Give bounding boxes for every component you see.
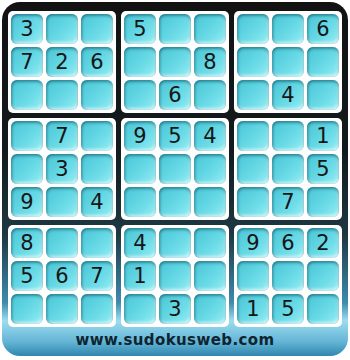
cell-r8c5[interactable]: [159, 261, 191, 291]
cell-r7c1[interactable]: 8: [11, 228, 43, 258]
cell-r2c8[interactable]: [272, 47, 304, 77]
cell-r4c3[interactable]: [81, 121, 113, 151]
cell-r5c9[interactable]: 5: [307, 154, 339, 184]
cell-r6c6[interactable]: [194, 187, 226, 217]
cell-r1c7[interactable]: [237, 14, 269, 44]
cell-r4c1[interactable]: [11, 121, 43, 151]
cell-r7c2[interactable]: [46, 228, 78, 258]
cell-r7c8[interactable]: 6: [272, 228, 304, 258]
cell-r5c4[interactable]: [124, 154, 156, 184]
cell-r1c6[interactable]: [194, 14, 226, 44]
cell-r3c8[interactable]: 4: [272, 80, 304, 110]
cell-r6c3[interactable]: 4: [81, 187, 113, 217]
cell-r9c1[interactable]: [11, 294, 43, 324]
cell-r4c4[interactable]: 9: [124, 121, 156, 151]
cell-r2c9[interactable]: [307, 47, 339, 77]
cell-r9c8[interactable]: 5: [272, 294, 304, 324]
cell-r8c3[interactable]: 7: [81, 261, 113, 291]
cell-r4c5[interactable]: 5: [159, 121, 191, 151]
cell-r5c1[interactable]: [11, 154, 43, 184]
cell-r4c7[interactable]: [237, 121, 269, 151]
cell-r7c5[interactable]: [159, 228, 191, 258]
cell-r7c3[interactable]: [81, 228, 113, 258]
cell-r8c2[interactable]: 6: [46, 261, 78, 291]
cell-r9c7[interactable]: 1: [237, 294, 269, 324]
block-4: 7394: [8, 118, 116, 220]
cell-r2c2[interactable]: 2: [46, 47, 78, 77]
cell-r5c7[interactable]: [237, 154, 269, 184]
cell-r2c3[interactable]: 6: [81, 47, 113, 77]
cell-r7c9[interactable]: 2: [307, 228, 339, 258]
cell-r6c5[interactable]: [159, 187, 191, 217]
cell-r7c6[interactable]: [194, 228, 226, 258]
cell-r9c6[interactable]: [194, 294, 226, 324]
cell-r6c2[interactable]: [46, 187, 78, 217]
cell-r5c5[interactable]: [159, 154, 191, 184]
cell-r4c8[interactable]: [272, 121, 304, 151]
sudoku-frame: 3726 586 64 7394 954 157 8567 413 96215 …: [2, 2, 348, 356]
cell-r3c3[interactable]: [81, 80, 113, 110]
cell-r2c1[interactable]: 7: [11, 47, 43, 77]
block-7: 8567: [8, 225, 116, 327]
cell-r5c2[interactable]: 3: [46, 154, 78, 184]
cell-r8c8[interactable]: [272, 261, 304, 291]
cell-r3c1[interactable]: [11, 80, 43, 110]
block-2: 586: [121, 11, 229, 113]
cell-r7c4[interactable]: 4: [124, 228, 156, 258]
sudoku-board: 3726 586 64 7394 954 157 8567 413 96215: [8, 11, 342, 327]
cell-r3c6[interactable]: [194, 80, 226, 110]
cell-r3c9[interactable]: [307, 80, 339, 110]
cell-r8c9[interactable]: [307, 261, 339, 291]
footer-url[interactable]: www.sudokusweb.com: [2, 331, 348, 349]
cell-r6c1[interactable]: 9: [11, 187, 43, 217]
cell-r4c9[interactable]: 1: [307, 121, 339, 151]
cell-r2c6[interactable]: 8: [194, 47, 226, 77]
cell-r9c9[interactable]: [307, 294, 339, 324]
cell-r2c7[interactable]: [237, 47, 269, 77]
cell-r3c7[interactable]: [237, 80, 269, 110]
cell-r1c5[interactable]: [159, 14, 191, 44]
cell-r9c5[interactable]: 3: [159, 294, 191, 324]
cell-r7c7[interactable]: 9: [237, 228, 269, 258]
cell-r3c2[interactable]: [46, 80, 78, 110]
cell-r1c2[interactable]: [46, 14, 78, 44]
cell-r1c3[interactable]: [81, 14, 113, 44]
block-3: 64: [234, 11, 342, 113]
cell-r5c6[interactable]: [194, 154, 226, 184]
cell-r3c4[interactable]: [124, 80, 156, 110]
cell-r8c7[interactable]: [237, 261, 269, 291]
cell-r8c6[interactable]: [194, 261, 226, 291]
cell-r4c6[interactable]: 4: [194, 121, 226, 151]
block-9: 96215: [234, 225, 342, 327]
cell-r2c5[interactable]: [159, 47, 191, 77]
cell-r5c3[interactable]: [81, 154, 113, 184]
cell-r8c4[interactable]: 1: [124, 261, 156, 291]
cell-r8c1[interactable]: 5: [11, 261, 43, 291]
cell-r1c8[interactable]: [272, 14, 304, 44]
cell-r9c2[interactable]: [46, 294, 78, 324]
cell-r9c3[interactable]: [81, 294, 113, 324]
cell-r2c4[interactable]: [124, 47, 156, 77]
block-6: 157: [234, 118, 342, 220]
cell-r5c8[interactable]: [272, 154, 304, 184]
cell-r6c9[interactable]: [307, 187, 339, 217]
cell-r6c4[interactable]: [124, 187, 156, 217]
cell-r3c5[interactable]: 6: [159, 80, 191, 110]
cell-r6c8[interactable]: 7: [272, 187, 304, 217]
cell-r9c4[interactable]: [124, 294, 156, 324]
cell-r1c4[interactable]: 5: [124, 14, 156, 44]
block-5: 954: [121, 118, 229, 220]
block-8: 413: [121, 225, 229, 327]
block-1: 3726: [8, 11, 116, 113]
cell-r4c2[interactable]: 7: [46, 121, 78, 151]
cell-r6c7[interactable]: [237, 187, 269, 217]
cell-r1c1[interactable]: 3: [11, 14, 43, 44]
cell-r1c9[interactable]: 6: [307, 14, 339, 44]
